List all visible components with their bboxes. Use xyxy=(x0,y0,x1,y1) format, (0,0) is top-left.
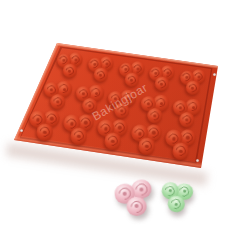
swirl-lobe xyxy=(93,68,109,84)
mold-cavity xyxy=(160,123,201,164)
mold-cavity xyxy=(115,56,149,90)
swirl-lobe xyxy=(171,142,190,161)
hanging-hole-top-right xyxy=(213,73,216,76)
mold-cavity xyxy=(145,61,179,95)
swirl-lobe xyxy=(126,196,148,217)
swirl-lobe xyxy=(185,81,201,97)
demo-piece-green xyxy=(155,175,200,219)
swirl-lobe xyxy=(137,137,156,156)
demo-piece-pink xyxy=(112,176,159,221)
swirl-lobe xyxy=(103,132,122,151)
mold-cavity xyxy=(53,48,87,82)
swirl-lobe xyxy=(69,127,88,146)
product-photo: Bakingjoar xyxy=(0,0,225,225)
hanging-hole-bottom-left xyxy=(20,129,23,132)
swirl-lobe xyxy=(124,72,140,88)
